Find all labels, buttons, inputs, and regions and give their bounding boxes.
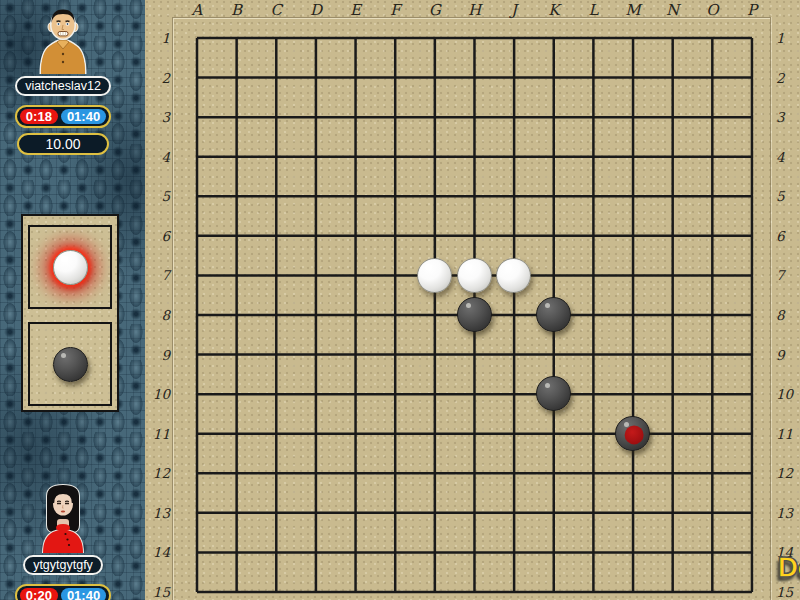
row-label-left-13: 13 bbox=[145, 504, 170, 522]
row-label-left-2: 2 bbox=[145, 69, 170, 87]
top-player-game-time: 01:40 bbox=[61, 109, 106, 124]
board-area: ABCDEFGHJKLMNOP 123456789101112131415 12… bbox=[145, 0, 800, 600]
row-label-left-6: 6 bbox=[145, 227, 170, 245]
row-label-right-3: 3 bbox=[776, 108, 800, 126]
row-label-left-1: 1 bbox=[145, 29, 170, 47]
row-label-right-2: 2 bbox=[776, 69, 800, 87]
stone-black-K10 bbox=[534, 374, 574, 414]
last-move-marker bbox=[624, 426, 643, 445]
bottom-player-game-time: 01:40 bbox=[61, 588, 106, 600]
row-label-left-15: 15 bbox=[145, 583, 170, 600]
stone-white-G7 bbox=[415, 255, 455, 295]
sidebar: viatcheslav12 0:18 01:40 10.00 bbox=[0, 0, 146, 600]
board-grid[interactable] bbox=[177, 18, 771, 600]
row-label-right-6: 6 bbox=[776, 227, 800, 245]
tray-stone-black bbox=[53, 347, 88, 382]
doublegames-logo: DoubleGames bbox=[773, 533, 800, 597]
top-player-move-time: 0:18 bbox=[20, 109, 58, 124]
row-label-right-4: 4 bbox=[776, 148, 800, 166]
logo-text: DoubleGames bbox=[777, 553, 800, 583]
row-label-left-14: 14 bbox=[145, 543, 170, 561]
row-label-left-9: 9 bbox=[145, 346, 170, 364]
stone-black-H8 bbox=[454, 295, 494, 335]
top-player-card: viatcheslav12 0:18 01:40 10.00 bbox=[0, 4, 126, 155]
bottom-player-timer: 0:20 01:40 bbox=[15, 584, 111, 600]
row-label-left-5: 5 bbox=[145, 187, 170, 205]
row-label-right-9: 9 bbox=[776, 346, 800, 364]
bottom-player-move-time: 0:20 bbox=[20, 588, 58, 600]
row-label-left-10: 10 bbox=[145, 385, 170, 403]
tray-stone-white bbox=[53, 250, 88, 285]
stone-black-M11 bbox=[613, 414, 653, 454]
bottom-player-avatar-icon bbox=[33, 481, 93, 553]
row-label-left-4: 4 bbox=[145, 148, 170, 166]
row-label-right-11: 11 bbox=[776, 425, 800, 443]
row-label-right-12: 12 bbox=[776, 464, 800, 482]
row-label-right-13: 13 bbox=[776, 504, 800, 522]
row-label-right-1: 1 bbox=[776, 29, 800, 47]
bottom-player-card: ytgytgytgfy 0:20 01:40 bbox=[0, 481, 126, 600]
row-label-left-12: 12 bbox=[145, 464, 170, 482]
row-label-left-11: 11 bbox=[145, 425, 170, 443]
bottom-player-name: ytgytgytgfy bbox=[23, 555, 103, 575]
row-label-left-8: 8 bbox=[145, 306, 170, 324]
tray-slot-black bbox=[28, 322, 112, 406]
tray-slot-white bbox=[28, 225, 112, 309]
top-player-stake: 10.00 bbox=[17, 133, 109, 155]
stone-white-H7 bbox=[454, 255, 494, 295]
row-label-right-7: 7 bbox=[776, 266, 800, 284]
top-player-timer: 0:18 01:40 bbox=[15, 105, 111, 128]
stone-white-J7 bbox=[494, 255, 534, 295]
row-label-left-7: 7 bbox=[145, 266, 170, 284]
top-player-name: viatcheslav12 bbox=[15, 76, 111, 96]
row-label-left-3: 3 bbox=[145, 108, 170, 126]
stone-black-K8 bbox=[534, 295, 574, 335]
row-label-right-5: 5 bbox=[776, 187, 800, 205]
row-label-right-10: 10 bbox=[776, 385, 800, 403]
row-label-right-8: 8 bbox=[776, 306, 800, 324]
stone-tray bbox=[21, 214, 119, 412]
top-player-avatar-icon bbox=[32, 4, 94, 74]
